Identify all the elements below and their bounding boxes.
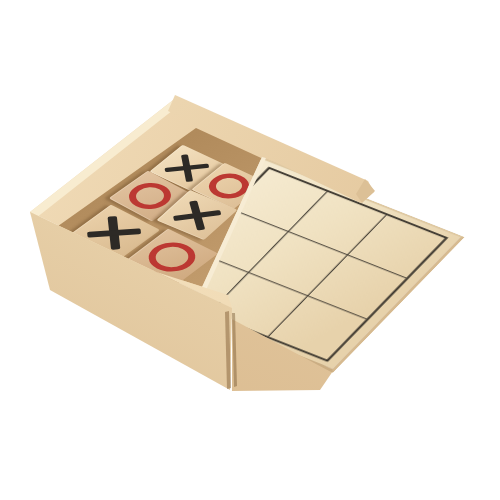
- tic-tac-toe-box-scene: Overhead product photo of a wooden tic-t…: [0, 0, 500, 500]
